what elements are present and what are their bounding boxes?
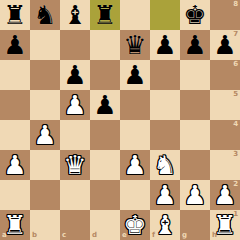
square-c8[interactable]: ♝: [60, 0, 90, 30]
square-f4[interactable]: [150, 120, 180, 150]
piece-black-rook[interactable]: ♜: [0, 0, 30, 30]
piece-black-knight[interactable]: ♞: [30, 0, 60, 30]
square-f2[interactable]: ♟: [150, 180, 180, 210]
square-b2[interactable]: [30, 180, 60, 210]
square-h5[interactable]: 5: [210, 90, 240, 120]
square-a2[interactable]: [0, 180, 30, 210]
piece-black-pawn[interactable]: ♟: [120, 60, 150, 90]
square-b1[interactable]: b: [30, 210, 60, 240]
file-label-g: g: [182, 232, 187, 239]
square-g3[interactable]: [180, 150, 210, 180]
square-g8[interactable]: ♚: [180, 0, 210, 30]
square-a4[interactable]: [0, 120, 30, 150]
square-b7[interactable]: [30, 30, 60, 60]
rank-label-4: 4: [233, 121, 238, 128]
file-label-d: d: [92, 232, 97, 239]
square-a3[interactable]: ♟: [0, 150, 30, 180]
square-h7[interactable]: 7♟: [210, 30, 240, 60]
square-f5[interactable]: [150, 90, 180, 120]
square-f1[interactable]: f♝: [150, 210, 180, 240]
file-label-c: c: [62, 232, 66, 239]
rank-label-6: 6: [233, 61, 238, 68]
square-h1[interactable]: 1h♜: [210, 210, 240, 240]
square-e1[interactable]: e♚: [120, 210, 150, 240]
piece-white-queen[interactable]: ♛: [60, 150, 90, 180]
square-g4[interactable]: [180, 120, 210, 150]
square-e7[interactable]: ♛: [120, 30, 150, 60]
square-e2[interactable]: [120, 180, 150, 210]
square-h8[interactable]: 8: [210, 0, 240, 30]
square-c4[interactable]: [60, 120, 90, 150]
square-d3[interactable]: [90, 150, 120, 180]
piece-white-rook[interactable]: ♜: [210, 210, 240, 240]
square-d5[interactable]: ♟: [90, 90, 120, 120]
square-b8[interactable]: ♞: [30, 0, 60, 30]
piece-black-pawn[interactable]: ♟: [180, 30, 210, 60]
chess-board: ♜♞♝♜♚8♟♛♟♟7♟♟♟6♟♟5♟4♟♛♟♞3♟♟2♟a♜bcde♚f♝g1…: [0, 0, 240, 240]
piece-white-pawn[interactable]: ♟: [120, 150, 150, 180]
square-g1[interactable]: g: [180, 210, 210, 240]
square-c6[interactable]: ♟: [60, 60, 90, 90]
piece-black-pawn[interactable]: ♟: [60, 60, 90, 90]
square-b6[interactable]: [30, 60, 60, 90]
rank-label-3: 3: [233, 151, 238, 158]
square-a1[interactable]: a♜: [0, 210, 30, 240]
square-c3[interactable]: ♛: [60, 150, 90, 180]
square-h6[interactable]: 6: [210, 60, 240, 90]
piece-white-king[interactable]: ♚: [120, 210, 150, 240]
square-f7[interactable]: ♟: [150, 30, 180, 60]
file-label-b: b: [32, 232, 37, 239]
square-g5[interactable]: [180, 90, 210, 120]
square-c2[interactable]: [60, 180, 90, 210]
square-g6[interactable]: [180, 60, 210, 90]
square-c1[interactable]: c: [60, 210, 90, 240]
piece-white-knight[interactable]: ♞: [150, 150, 180, 180]
square-d8[interactable]: ♜: [90, 0, 120, 30]
piece-white-pawn[interactable]: ♟: [180, 180, 210, 210]
square-e3[interactable]: ♟: [120, 150, 150, 180]
piece-white-rook[interactable]: ♜: [0, 210, 30, 240]
square-g7[interactable]: ♟: [180, 30, 210, 60]
piece-black-pawn[interactable]: ♟: [90, 90, 120, 120]
square-a6[interactable]: [0, 60, 30, 90]
piece-black-pawn[interactable]: ♟: [0, 30, 30, 60]
rank-label-5: 5: [233, 91, 238, 98]
square-a5[interactable]: [0, 90, 30, 120]
square-e8[interactable]: [120, 0, 150, 30]
piece-black-rook[interactable]: ♜: [90, 0, 120, 30]
square-e5[interactable]: [120, 90, 150, 120]
piece-black-pawn[interactable]: ♟: [150, 30, 180, 60]
square-f6[interactable]: [150, 60, 180, 90]
square-h3[interactable]: 3: [210, 150, 240, 180]
piece-white-pawn[interactable]: ♟: [210, 180, 240, 210]
piece-white-pawn[interactable]: ♟: [30, 120, 60, 150]
square-d4[interactable]: [90, 120, 120, 150]
square-d7[interactable]: [90, 30, 120, 60]
piece-black-pawn[interactable]: ♟: [210, 30, 240, 60]
square-a7[interactable]: ♟: [0, 30, 30, 60]
square-d2[interactable]: [90, 180, 120, 210]
piece-white-pawn[interactable]: ♟: [60, 90, 90, 120]
square-d6[interactable]: [90, 60, 120, 90]
piece-white-pawn[interactable]: ♟: [0, 150, 30, 180]
square-c5[interactable]: ♟: [60, 90, 90, 120]
piece-black-queen[interactable]: ♛: [120, 30, 150, 60]
piece-white-pawn[interactable]: ♟: [150, 180, 180, 210]
square-c7[interactable]: [60, 30, 90, 60]
square-f3[interactable]: ♞: [150, 150, 180, 180]
square-e4[interactable]: [120, 120, 150, 150]
rank-label-8: 8: [233, 1, 238, 8]
piece-black-king[interactable]: ♚: [180, 0, 210, 30]
square-e6[interactable]: ♟: [120, 60, 150, 90]
square-g2[interactable]: ♟: [180, 180, 210, 210]
piece-black-bishop[interactable]: ♝: [60, 0, 90, 30]
square-a8[interactable]: ♜: [0, 0, 30, 30]
piece-white-bishop[interactable]: ♝: [150, 210, 180, 240]
square-h2[interactable]: 2♟: [210, 180, 240, 210]
square-d1[interactable]: d: [90, 210, 120, 240]
square-h4[interactable]: 4: [210, 120, 240, 150]
square-b3[interactable]: [30, 150, 60, 180]
square-b5[interactable]: [30, 90, 60, 120]
square-b4[interactable]: ♟: [30, 120, 60, 150]
square-f8[interactable]: [150, 0, 180, 30]
